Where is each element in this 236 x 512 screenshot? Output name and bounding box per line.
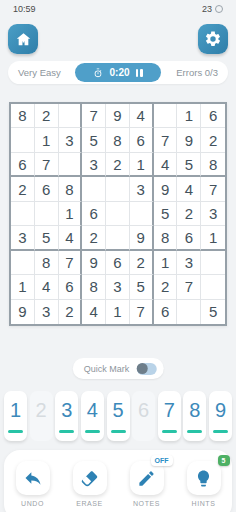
cell-r8c9[interactable] xyxy=(201,275,225,299)
game-info-bar: Very Easy 0:20 Errors 0/3 xyxy=(8,61,228,84)
cell-r3c2[interactable]: 7 xyxy=(35,153,59,177)
numpad-underline xyxy=(162,430,177,433)
cell-r5c8[interactable]: 2 xyxy=(177,202,201,226)
hints-count-badge: 5 xyxy=(218,455,230,466)
cell-r2c8[interactable]: 9 xyxy=(177,128,201,152)
cell-r5c6[interactable] xyxy=(130,202,154,226)
cell-r9c3[interactable]: 2 xyxy=(59,300,83,324)
numpad-digit-7[interactable]: 7 xyxy=(158,391,181,441)
cell-r8c2[interactable]: 4 xyxy=(35,275,59,299)
cell-r1c4[interactable]: 7 xyxy=(82,104,106,128)
cell-r7c5[interactable]: 6 xyxy=(106,251,130,275)
cell-r4c8[interactable]: 4 xyxy=(177,177,201,201)
numpad-digit-value: 6 xyxy=(138,400,149,420)
cell-r5c2[interactable] xyxy=(35,202,59,226)
cell-r7c9[interactable] xyxy=(201,251,225,275)
cell-r7c8[interactable]: 3 xyxy=(177,251,201,275)
numpad-digit-value: 2 xyxy=(36,400,47,420)
hints-label: HINTS xyxy=(192,500,216,507)
quick-mark-toggle[interactable] xyxy=(136,363,156,375)
numpad-underline xyxy=(213,430,228,433)
cell-r1c9[interactable]: 6 xyxy=(201,104,225,128)
cell-r9c4[interactable]: 4 xyxy=(82,300,106,324)
numpad-digit-value: 3 xyxy=(61,400,72,420)
difficulty-label: Very Easy xyxy=(18,67,61,78)
timer-value: 0:20 xyxy=(109,67,129,78)
numpad-digit-value: 5 xyxy=(112,400,123,420)
notes-off-badge: OFF xyxy=(151,455,173,466)
cell-r1c2[interactable]: 2 xyxy=(35,104,59,128)
numpad-digit-value: 1 xyxy=(10,400,21,420)
cell-r6c9[interactable]: 1 xyxy=(201,226,225,250)
cell-r9c9[interactable]: 5 xyxy=(201,300,225,324)
cell-r8c4[interactable]: 8 xyxy=(82,275,106,299)
cell-r3c6[interactable]: 1 xyxy=(130,153,154,177)
cell-r5c5[interactable] xyxy=(106,202,130,226)
numpad-underline xyxy=(85,430,100,433)
cell-r8c7[interactable]: 2 xyxy=(154,275,178,299)
cell-r1c3[interactable] xyxy=(59,104,83,128)
cell-r8c1[interactable]: 1 xyxy=(11,275,35,299)
undo-btn-face xyxy=(16,461,50,495)
numpad-digit-value: 4 xyxy=(87,400,98,420)
cell-r7c3[interactable]: 7 xyxy=(59,251,83,275)
cell-r3c1[interactable]: 6 xyxy=(11,153,35,177)
cell-r9c1[interactable]: 9 xyxy=(11,300,35,324)
numpad-underline xyxy=(59,430,74,433)
cell-r6c2[interactable]: 5 xyxy=(35,226,59,250)
cell-r2c9[interactable]: 2 xyxy=(201,128,225,152)
cell-r9c6[interactable]: 7 xyxy=(130,300,154,324)
numpad-digit-4[interactable]: 4 xyxy=(81,391,104,441)
cell-r6c1[interactable]: 3 xyxy=(11,226,35,250)
numpad-digit-2[interactable]: 2 xyxy=(30,391,53,441)
numpad-underline xyxy=(111,430,126,433)
undo-icon xyxy=(23,468,43,488)
stopwatch-icon xyxy=(93,68,103,78)
cell-r2c3[interactable]: 3 xyxy=(59,128,83,152)
cell-r1c6[interactable]: 4 xyxy=(130,104,154,128)
cell-r8c5[interactable]: 3 xyxy=(106,275,130,299)
sudoku-board: 8279416135867926732145826839471652335429… xyxy=(9,102,227,326)
cell-r9c8[interactable] xyxy=(177,300,201,324)
cell-r2c5[interactable]: 8 xyxy=(106,128,130,152)
undo-label: UNDO xyxy=(21,500,44,507)
cell-r1c5[interactable]: 9 xyxy=(106,104,130,128)
numpad-digit-value: 7 xyxy=(164,400,175,420)
cell-r4c2[interactable]: 6 xyxy=(35,177,59,201)
cell-r5c7[interactable]: 5 xyxy=(154,202,178,226)
hints-button[interactable]: 5 HINTS xyxy=(181,461,227,507)
cell-r7c1[interactable] xyxy=(11,251,35,275)
toggle-knob-icon xyxy=(137,363,148,374)
cell-r1c8[interactable]: 1 xyxy=(177,104,201,128)
cell-r2c7[interactable]: 7 xyxy=(154,128,178,152)
cell-r3c5[interactable]: 2 xyxy=(106,153,130,177)
cell-r2c6[interactable]: 6 xyxy=(130,128,154,152)
cell-r2c4[interactable]: 5 xyxy=(82,128,106,152)
cell-r9c7[interactable]: 6 xyxy=(154,300,178,324)
cell-r4c9[interactable]: 7 xyxy=(201,177,225,201)
cell-r3c3[interactable] xyxy=(59,153,83,177)
pencil-icon xyxy=(137,469,156,488)
cell-r2c1[interactable] xyxy=(11,128,35,152)
undo-button[interactable]: UNDO xyxy=(10,461,56,507)
cell-r7c7[interactable]: 1 xyxy=(154,251,178,275)
timer-pill[interactable]: 0:20 xyxy=(75,63,161,82)
cell-r4c5[interactable] xyxy=(106,177,130,201)
numpad-digit-3[interactable]: 3 xyxy=(55,391,78,441)
cell-r6c3[interactable]: 4 xyxy=(59,226,83,250)
cell-r1c1[interactable]: 8 xyxy=(11,104,35,128)
cell-r5c1[interactable] xyxy=(11,202,35,226)
app-screen: 10:59 23 Very Easy 0:20 Errors 0/3 82794… xyxy=(0,0,236,512)
hints-btn-face xyxy=(187,461,221,495)
number-pad: 123456789 xyxy=(4,391,232,443)
numpad-underline xyxy=(8,430,23,433)
cell-r5c9[interactable]: 3 xyxy=(201,202,225,226)
cell-r3c9[interactable]: 8 xyxy=(201,153,225,177)
errors-counter: Errors 0/3 xyxy=(176,67,218,78)
home-button[interactable] xyxy=(8,24,38,54)
cell-r4c7[interactable]: 9 xyxy=(154,177,178,201)
cell-r6c7[interactable]: 8 xyxy=(154,226,178,250)
notes-label: NOTES xyxy=(133,500,160,507)
battery-percent: 23 xyxy=(202,4,212,14)
cell-r5c3[interactable]: 1 xyxy=(59,202,83,226)
cell-r8c8[interactable]: 7 xyxy=(177,275,201,299)
cell-r6c4[interactable]: 2 xyxy=(82,226,106,250)
cell-r4c3[interactable]: 8 xyxy=(59,177,83,201)
cell-r3c4[interactable]: 3 xyxy=(82,153,106,177)
cell-r3c8[interactable]: 5 xyxy=(177,153,201,177)
cell-r9c5[interactable]: 1 xyxy=(106,300,130,324)
notes-btn-face xyxy=(130,461,164,495)
cell-r6c8[interactable]: 6 xyxy=(177,226,201,250)
quick-mark-label: Quick Mark xyxy=(84,364,130,374)
bottom-toolbar: UNDO ERASE OFF NOTES 5 xyxy=(4,450,232,512)
cell-r5c4[interactable]: 6 xyxy=(82,202,106,226)
battery-ring-icon xyxy=(215,5,223,13)
cell-r1c7[interactable] xyxy=(154,104,178,128)
cell-r4c1[interactable]: 2 xyxy=(11,177,35,201)
numpad-digit-1[interactable]: 1 xyxy=(4,391,27,441)
cell-r6c5[interactable] xyxy=(106,226,130,250)
eraser-icon xyxy=(80,469,99,488)
quick-mark-pill: Quick Mark xyxy=(73,358,164,379)
numpad-digit-9[interactable]: 9 xyxy=(209,391,232,441)
cell-r7c4[interactable]: 9 xyxy=(82,251,106,275)
cell-r2c2[interactable]: 1 xyxy=(35,128,59,152)
cell-r3c7[interactable]: 4 xyxy=(154,153,178,177)
numpad-underline xyxy=(187,430,202,433)
cell-r8c3[interactable]: 6 xyxy=(59,275,83,299)
settings-button[interactable] xyxy=(198,24,228,54)
clock-time: 10:59 xyxy=(13,4,36,14)
battery-indicator: 23 xyxy=(202,4,223,14)
cell-r7c6[interactable]: 2 xyxy=(130,251,154,275)
numpad-digit-6[interactable]: 6 xyxy=(132,391,155,441)
numpad-digit-value: 8 xyxy=(189,400,200,420)
bulb-icon xyxy=(194,469,213,488)
status-bar: 10:59 23 xyxy=(0,0,236,18)
cell-r8c6[interactable]: 5 xyxy=(130,275,154,299)
home-icon xyxy=(15,31,32,48)
cell-r6c6[interactable]: 9 xyxy=(130,226,154,250)
erase-button[interactable]: ERASE xyxy=(67,461,113,507)
numpad-digit-value: 9 xyxy=(215,400,226,420)
cell-r9c2[interactable]: 3 xyxy=(35,300,59,324)
cell-r4c4[interactable] xyxy=(82,177,106,201)
cell-r4c6[interactable]: 3 xyxy=(130,177,154,201)
erase-btn-face xyxy=(73,461,107,495)
cell-r7c2[interactable]: 8 xyxy=(35,251,59,275)
pause-icon[interactable] xyxy=(136,69,143,77)
gear-icon xyxy=(204,30,222,48)
numpad-digit-5[interactable]: 5 xyxy=(107,391,130,441)
notes-button[interactable]: OFF NOTES xyxy=(124,461,170,507)
numpad-digit-8[interactable]: 8 xyxy=(183,391,206,441)
erase-label: ERASE xyxy=(76,500,103,507)
